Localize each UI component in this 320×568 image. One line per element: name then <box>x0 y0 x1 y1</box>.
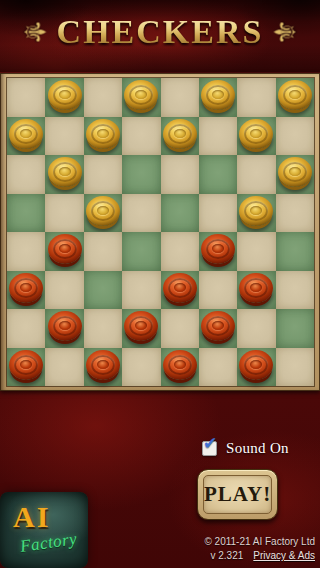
square-r1c8[interactable] <box>276 78 314 117</box>
square-r8c8[interactable] <box>276 348 314 387</box>
play-button-face[interactable]: PLAY! <box>203 475 272 514</box>
square-r1c1[interactable] <box>7 78 45 117</box>
square-r1c5[interactable] <box>161 78 199 117</box>
ai-factory-logo: AI Factory <box>0 492 88 568</box>
gold-piece[interactable] <box>239 119 273 149</box>
sound-label: Sound On <box>226 440 289 457</box>
gold-piece[interactable] <box>86 119 120 149</box>
red-piece[interactable] <box>48 311 82 341</box>
red-piece[interactable] <box>48 234 82 264</box>
ai-factory-logo-ai-text: AI <box>13 500 50 534</box>
square-r6c4[interactable] <box>122 271 160 310</box>
red-piece[interactable] <box>163 350 197 380</box>
square-r7c2[interactable] <box>45 309 83 348</box>
square-r6c1[interactable] <box>7 271 45 310</box>
square-r2c4[interactable] <box>122 117 160 156</box>
red-piece[interactable] <box>124 311 158 341</box>
fleur-ornament-left-icon: ⚜ <box>19 19 49 46</box>
square-r2c6[interactable] <box>199 117 237 156</box>
red-piece[interactable] <box>201 311 235 341</box>
red-piece[interactable] <box>86 350 120 380</box>
copyright-text: © 2011-21 AI Factory Ltd <box>204 535 315 549</box>
square-r3c7[interactable] <box>237 155 275 194</box>
square-r3c1[interactable] <box>7 155 45 194</box>
gold-piece[interactable] <box>9 119 43 149</box>
square-r2c7[interactable] <box>237 117 275 156</box>
square-r1c2[interactable] <box>45 78 83 117</box>
square-r8c2[interactable] <box>45 348 83 387</box>
square-r3c2[interactable] <box>45 155 83 194</box>
square-r2c8[interactable] <box>276 117 314 156</box>
square-r4c4[interactable] <box>122 194 160 233</box>
title-banner: ⚜ CHECKERS ⚜ <box>0 0 320 72</box>
square-r2c5[interactable] <box>161 117 199 156</box>
red-piece[interactable] <box>9 273 43 303</box>
square-r5c3[interactable] <box>84 232 122 271</box>
red-piece[interactable] <box>163 273 197 303</box>
square-r6c7[interactable] <box>237 271 275 310</box>
square-r7c5[interactable] <box>161 309 199 348</box>
version-text: v 2.321 <box>210 550 243 561</box>
square-r8c4[interactable] <box>122 348 160 387</box>
square-r8c5[interactable] <box>161 348 199 387</box>
sound-toggle[interactable]: ✔ Sound On <box>202 440 289 457</box>
gold-piece[interactable] <box>239 196 273 226</box>
play-button-label: PLAY! <box>204 482 271 507</box>
gold-piece[interactable] <box>48 80 82 110</box>
square-r6c3[interactable] <box>84 271 122 310</box>
square-r6c6[interactable] <box>199 271 237 310</box>
square-r7c7[interactable] <box>237 309 275 348</box>
square-r4c3[interactable] <box>84 194 122 233</box>
gold-piece[interactable] <box>163 119 197 149</box>
gold-piece[interactable] <box>201 80 235 110</box>
gold-piece[interactable] <box>278 80 312 110</box>
square-r3c5[interactable] <box>161 155 199 194</box>
square-r6c5[interactable] <box>161 271 199 310</box>
square-r8c3[interactable] <box>84 348 122 387</box>
square-r2c2[interactable] <box>45 117 83 156</box>
square-r3c8[interactable] <box>276 155 314 194</box>
app-title: CHECKERS <box>57 15 264 49</box>
square-r4c8[interactable] <box>276 194 314 233</box>
square-r8c7[interactable] <box>237 348 275 387</box>
red-piece[interactable] <box>239 273 273 303</box>
fleur-ornament-right-icon: ⚜ <box>271 19 301 46</box>
red-piece[interactable] <box>9 350 43 380</box>
square-r5c4[interactable] <box>122 232 160 271</box>
checkmark-icon: ✔ <box>203 435 217 452</box>
red-piece[interactable] <box>239 350 273 380</box>
square-r5c7[interactable] <box>237 232 275 271</box>
square-r1c3[interactable] <box>84 78 122 117</box>
square-r2c3[interactable] <box>84 117 122 156</box>
square-r1c4[interactable] <box>122 78 160 117</box>
square-r5c5[interactable] <box>161 232 199 271</box>
square-r1c6[interactable] <box>199 78 237 117</box>
square-r8c1[interactable] <box>7 348 45 387</box>
gold-piece[interactable] <box>48 157 82 187</box>
square-r6c8[interactable] <box>276 271 314 310</box>
gold-piece[interactable] <box>86 196 120 226</box>
square-r3c3[interactable] <box>84 155 122 194</box>
square-r4c7[interactable] <box>237 194 275 233</box>
board-frame <box>0 73 320 391</box>
square-r7c6[interactable] <box>199 309 237 348</box>
square-r5c6[interactable] <box>199 232 237 271</box>
square-r7c3[interactable] <box>84 309 122 348</box>
privacy-ads-link[interactable]: Privacy & Ads <box>253 550 315 561</box>
red-piece[interactable] <box>201 234 235 264</box>
square-r4c6[interactable] <box>199 194 237 233</box>
square-r3c6[interactable] <box>199 155 237 194</box>
square-r3c4[interactable] <box>122 155 160 194</box>
square-r8c6[interactable] <box>199 348 237 387</box>
square-r1c7[interactable] <box>237 78 275 117</box>
square-r4c5[interactable] <box>161 194 199 233</box>
square-r7c8[interactable] <box>276 309 314 348</box>
square-r2c1[interactable] <box>7 117 45 156</box>
square-r4c2[interactable] <box>45 194 83 233</box>
square-r7c4[interactable] <box>122 309 160 348</box>
square-r5c1[interactable] <box>7 232 45 271</box>
square-r5c8[interactable] <box>276 232 314 271</box>
square-r4c1[interactable] <box>7 194 45 233</box>
play-button[interactable]: PLAY! <box>197 469 278 520</box>
sound-checkbox[interactable]: ✔ <box>202 441 217 456</box>
checkers-app-screen: ⚜ CHECKERS ⚜ ✔ Sound On PLAY! AI Factory… <box>0 0 320 568</box>
checkers-board[interactable] <box>7 78 314 386</box>
gold-piece[interactable] <box>124 80 158 110</box>
square-r6c2[interactable] <box>45 271 83 310</box>
gold-piece[interactable] <box>278 157 312 187</box>
footer-legal: © 2011-21 AI Factory Ltd v 2.321Privacy … <box>204 535 315 563</box>
square-r7c1[interactable] <box>7 309 45 348</box>
square-r5c2[interactable] <box>45 232 83 271</box>
